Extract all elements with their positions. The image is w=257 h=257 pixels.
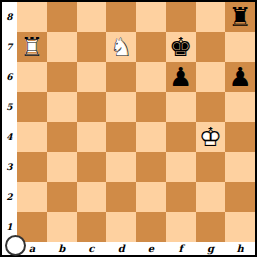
square-h8[interactable]: ♜ bbox=[225, 2, 255, 32]
square-a6[interactable] bbox=[17, 62, 47, 92]
square-a7[interactable]: ♜♖ bbox=[17, 32, 47, 62]
square-g5[interactable] bbox=[196, 92, 226, 122]
file-label-f: f bbox=[166, 242, 196, 255]
square-c3[interactable] bbox=[77, 152, 107, 182]
square-b2[interactable] bbox=[47, 182, 77, 212]
square-c5[interactable] bbox=[77, 92, 107, 122]
square-a8[interactable] bbox=[17, 2, 47, 32]
square-b3[interactable] bbox=[47, 152, 77, 182]
square-f6[interactable]: ♟ bbox=[166, 62, 196, 92]
square-c6[interactable] bbox=[77, 62, 107, 92]
rank-label-4: 4 bbox=[2, 122, 17, 152]
square-f8[interactable] bbox=[166, 2, 196, 32]
white-knight: ♘ bbox=[106, 32, 136, 62]
square-e1[interactable] bbox=[136, 212, 166, 242]
square-d8[interactable] bbox=[106, 2, 136, 32]
square-e5[interactable] bbox=[136, 92, 166, 122]
square-h3[interactable] bbox=[225, 152, 255, 182]
square-f2[interactable] bbox=[166, 182, 196, 212]
rank-label-7: 7 bbox=[2, 32, 17, 62]
white-king: ♔ bbox=[196, 122, 226, 152]
black-pawn: ♟ bbox=[225, 62, 255, 92]
square-d1[interactable] bbox=[106, 212, 136, 242]
rank-label-5: 5 bbox=[2, 92, 17, 122]
board: ♜♜♖♞♘♚♟♟♚♔ bbox=[17, 2, 255, 242]
white-to-move-indicator bbox=[5, 235, 26, 256]
square-g6[interactable] bbox=[196, 62, 226, 92]
square-e7[interactable] bbox=[136, 32, 166, 62]
square-a4[interactable] bbox=[17, 122, 47, 152]
file-label-c: c bbox=[77, 242, 107, 255]
square-c8[interactable] bbox=[77, 2, 107, 32]
square-c1[interactable] bbox=[77, 212, 107, 242]
file-label-h: h bbox=[225, 242, 255, 255]
file-label-d: d bbox=[106, 242, 136, 255]
rank-label-6: 6 bbox=[2, 62, 17, 92]
square-g8[interactable] bbox=[196, 2, 226, 32]
square-e4[interactable] bbox=[136, 122, 166, 152]
square-f5[interactable] bbox=[166, 92, 196, 122]
file-label-b: b bbox=[47, 242, 77, 255]
square-f3[interactable] bbox=[166, 152, 196, 182]
file-labels: abcdefgh bbox=[17, 242, 255, 255]
file-label-g: g bbox=[196, 242, 226, 255]
square-e8[interactable] bbox=[136, 2, 166, 32]
white-rook: ♖ bbox=[17, 32, 47, 62]
square-b8[interactable] bbox=[47, 2, 77, 32]
square-a2[interactable] bbox=[17, 182, 47, 212]
square-f7[interactable]: ♚ bbox=[166, 32, 196, 62]
square-h4[interactable] bbox=[225, 122, 255, 152]
chess-diagram: 87654321 ♜♜♖♞♘♚♟♟♚♔ abcdefgh bbox=[0, 0, 257, 257]
black-rook: ♜ bbox=[225, 2, 255, 32]
rank-label-2: 2 bbox=[2, 182, 17, 212]
square-a3[interactable] bbox=[17, 152, 47, 182]
square-h6[interactable]: ♟ bbox=[225, 62, 255, 92]
square-g4[interactable]: ♚♔ bbox=[196, 122, 226, 152]
square-g1[interactable] bbox=[196, 212, 226, 242]
black-king: ♚ bbox=[166, 32, 196, 62]
square-h5[interactable] bbox=[225, 92, 255, 122]
square-d5[interactable] bbox=[106, 92, 136, 122]
square-g7[interactable] bbox=[196, 32, 226, 62]
square-h2[interactable] bbox=[225, 182, 255, 212]
square-a5[interactable] bbox=[17, 92, 47, 122]
rank-label-3: 3 bbox=[2, 152, 17, 182]
square-c2[interactable] bbox=[77, 182, 107, 212]
square-c7[interactable] bbox=[77, 32, 107, 62]
square-g3[interactable] bbox=[196, 152, 226, 182]
square-f1[interactable] bbox=[166, 212, 196, 242]
square-e3[interactable] bbox=[136, 152, 166, 182]
file-label-e: e bbox=[136, 242, 166, 255]
square-d7[interactable]: ♞♘ bbox=[106, 32, 136, 62]
square-d3[interactable] bbox=[106, 152, 136, 182]
square-d2[interactable] bbox=[106, 182, 136, 212]
square-b1[interactable] bbox=[47, 212, 77, 242]
square-b5[interactable] bbox=[47, 92, 77, 122]
square-b6[interactable] bbox=[47, 62, 77, 92]
square-e2[interactable] bbox=[136, 182, 166, 212]
square-h7[interactable] bbox=[225, 32, 255, 62]
black-pawn: ♟ bbox=[166, 62, 196, 92]
square-b7[interactable] bbox=[47, 32, 77, 62]
square-h1[interactable] bbox=[225, 212, 255, 242]
square-d6[interactable] bbox=[106, 62, 136, 92]
square-g2[interactable] bbox=[196, 182, 226, 212]
square-c4[interactable] bbox=[77, 122, 107, 152]
square-f4[interactable] bbox=[166, 122, 196, 152]
rank-label-8: 8 bbox=[2, 2, 17, 32]
rank-labels: 87654321 bbox=[2, 2, 17, 242]
square-e6[interactable] bbox=[136, 62, 166, 92]
square-b4[interactable] bbox=[47, 122, 77, 152]
square-d4[interactable] bbox=[106, 122, 136, 152]
